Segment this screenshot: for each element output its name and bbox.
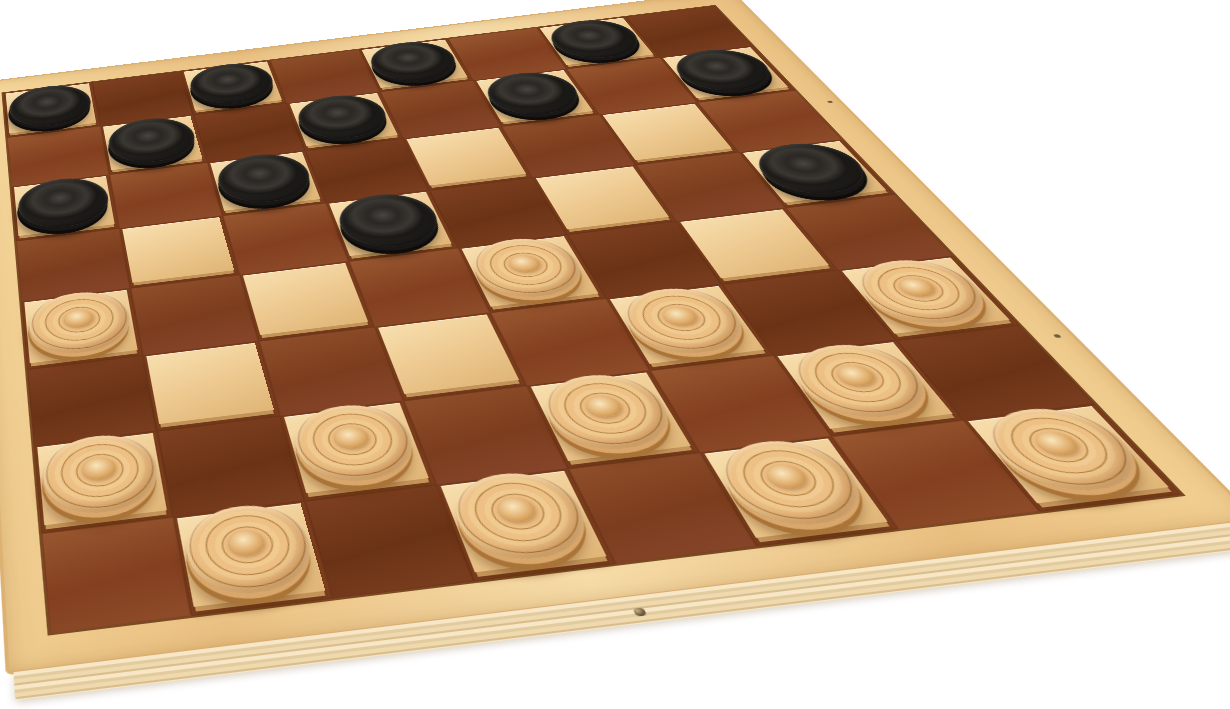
- piece-knob-icon: [763, 463, 811, 490]
- piece-knob-icon: [583, 395, 625, 419]
- light-tile-b6: [147, 343, 274, 424]
- board-grid: [2, 5, 1186, 636]
- frame-screw-icon: [827, 100, 834, 103]
- light-tile-c5: [243, 263, 368, 335]
- photo-canvas: [0, 0, 1230, 709]
- checkers-board: [0, 0, 1230, 675]
- square-a8: [41, 517, 191, 633]
- piece-knob-icon: [660, 306, 701, 327]
- piece-knob-icon: [64, 308, 94, 328]
- piece-knob-icon: [83, 456, 117, 481]
- square-b7: [157, 416, 305, 517]
- board-frame: [0, 0, 1230, 675]
- hinge-pin-icon: [633, 608, 648, 617]
- piece-knob-icon: [1031, 430, 1084, 456]
- piece-knob-icon: [833, 364, 879, 387]
- square-a7[interactable]: [34, 431, 173, 533]
- frame-screw-icon: [1053, 334, 1062, 338]
- piece-knob-icon: [495, 496, 539, 523]
- light-tile-b4: [122, 217, 234, 283]
- board-rotation-wrapper: [0, 0, 988, 709]
- perspective-scene: [0, 0, 988, 709]
- piece-knob-icon: [895, 277, 939, 298]
- piece-knob-icon: [507, 254, 543, 273]
- piece-knob-icon: [333, 425, 371, 449]
- piece-knob-icon: [228, 529, 267, 557]
